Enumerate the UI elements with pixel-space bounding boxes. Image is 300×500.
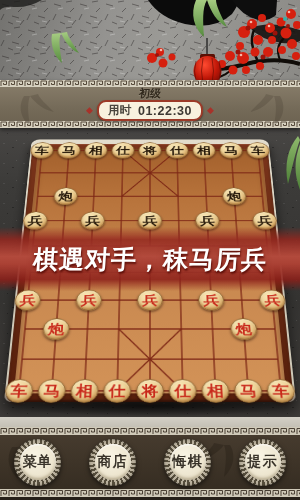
piece-red-r7c7[interactable]: 炮 [230, 318, 258, 340]
piece-red-r9c4[interactable]: 将 [136, 379, 164, 403]
diamond-ornament-right: ◆ [207, 106, 214, 115]
meander-strip-toolbar-top [0, 427, 300, 435]
bamboo-leaf-right [276, 134, 300, 194]
piece-red-r9c0[interactable]: 车 [4, 379, 34, 403]
teal-dot [283, 17, 287, 21]
toolbar: 菜单 商店 悔棋 提示 [0, 417, 300, 500]
menu-button[interactable]: 菜单 [14, 439, 61, 486]
piece-red-r9c2[interactable]: 相 [70, 379, 99, 403]
diamond-ornament-left: ◆ [86, 106, 93, 115]
bamboo-watermark [14, 94, 74, 130]
hint-button[interactable]: 提示 [239, 439, 286, 486]
piece-red-r6c6[interactable]: 兵 [198, 290, 225, 311]
banner: 棋遇对手，秣马厉兵 [0, 227, 300, 291]
game-screen: 初级 ◆ 用时 01:22:30 ◆ [0, 0, 300, 500]
menu-button-face: 菜单 [20, 444, 56, 480]
difficulty-label: 初级 [138, 87, 162, 99]
bamboo-watermark-right [230, 94, 290, 130]
undo-button-face: 悔棋 [170, 444, 206, 480]
banner-text: 棋遇对手，秣马厉兵 [32, 243, 268, 276]
shop-button-label: 商店 [98, 453, 128, 471]
piece-red-r9c6[interactable]: 相 [201, 379, 230, 403]
piece-red-r9c8[interactable]: 车 [266, 379, 296, 403]
piece-black-r0c3[interactable]: 仕 [111, 142, 134, 158]
timer-label: 用时 [108, 103, 131, 118]
hint-button-label: 提示 [248, 453, 278, 471]
piece-black-r0c5[interactable]: 仕 [165, 142, 188, 158]
piece-red-r9c5[interactable]: 仕 [169, 379, 197, 403]
piece-black-r0c4[interactable]: 将 [138, 142, 161, 158]
hint-button-face: 提示 [245, 444, 281, 480]
piece-red-r6c4[interactable]: 兵 [137, 290, 163, 311]
meander-strip-toolbar-bottom [0, 489, 300, 497]
shop-button-face: 商店 [95, 444, 131, 480]
stone-texture [0, 0, 300, 86]
meander-strip [0, 80, 300, 87]
piece-red-r9c3[interactable]: 仕 [103, 379, 131, 403]
undo-button-label: 悔棋 [173, 453, 203, 471]
background-art [0, 0, 300, 86]
timer-value: 01:22:30 [138, 104, 192, 118]
shop-button[interactable]: 商店 [89, 439, 136, 486]
toolbar-top-band [0, 417, 300, 427]
piece-black-r2c7[interactable]: 炮 [222, 188, 247, 206]
timer-box: 用时 01:22:30 [97, 100, 203, 121]
menu-button-label: 菜单 [23, 453, 53, 471]
piece-black-r0c6[interactable]: 相 [192, 142, 216, 158]
piece-black-r0c7[interactable]: 马 [219, 142, 243, 158]
toolbar-buttons-row: 菜单 商店 悔棋 提示 [0, 435, 300, 489]
undo-button[interactable]: 悔棋 [164, 439, 211, 486]
timer: ◆ 用时 01:22:30 ◆ [86, 100, 214, 121]
header-panel: 初级 ◆ 用时 01:22:30 ◆ [0, 80, 300, 128]
piece-red-r9c1[interactable]: 马 [37, 379, 66, 403]
piece-black-r0c8[interactable]: 车 [246, 142, 270, 158]
